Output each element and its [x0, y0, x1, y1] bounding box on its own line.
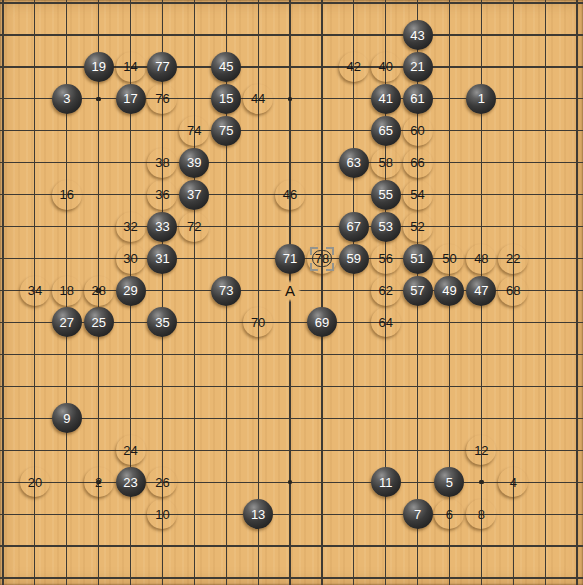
move-number: 37 [187, 188, 201, 201]
stone-black-17[interactable]: 17 [116, 84, 146, 114]
stone-white-76[interactable]: 76 [147, 84, 177, 114]
move-number: 11 [379, 476, 393, 489]
move-number: 67 [347, 220, 361, 233]
stone-white-30[interactable]: 30 [116, 244, 146, 274]
stone-white-24[interactable]: 24 [116, 435, 146, 465]
move-number: 50 [442, 252, 456, 265]
stone-white-72[interactable]: 72 [179, 212, 209, 242]
move-number: 69 [315, 316, 329, 329]
move-number: 51 [410, 252, 424, 265]
stone-white-64[interactable]: 64 [371, 307, 401, 337]
move-number: 17 [123, 92, 137, 105]
stone-black-53[interactable]: 53 [371, 212, 401, 242]
stone-black-29[interactable]: 29 [116, 276, 146, 306]
star-point [479, 480, 484, 485]
stone-white-34[interactable]: 34 [20, 276, 50, 306]
stone-black-65[interactable]: 65 [371, 116, 401, 146]
annotation-label-a[interactable]: A [279, 280, 301, 302]
move-number: 54 [410, 188, 424, 201]
stone-black-71[interactable]: 71 [275, 244, 305, 274]
stone-black-55[interactable]: 55 [371, 180, 401, 210]
move-number: 29 [123, 284, 137, 297]
move-number: 6 [446, 508, 453, 521]
stone-white-68[interactable]: 68 [498, 276, 528, 306]
stone-white-46[interactable]: 46 [275, 180, 305, 210]
stone-white-44[interactable]: 44 [243, 84, 273, 114]
move-number: 41 [378, 92, 392, 105]
stone-black-11[interactable]: 11 [371, 467, 401, 497]
stone-white-14[interactable]: 14 [116, 52, 146, 82]
move-number: 48 [474, 252, 488, 265]
stone-white-2[interactable]: 2 [84, 467, 114, 497]
move-number: 2 [95, 476, 102, 489]
move-number: 25 [91, 316, 105, 329]
move-number: 71 [283, 252, 297, 265]
move-number: 39 [187, 156, 201, 169]
stone-black-31[interactable]: 31 [147, 244, 177, 274]
move-number: 56 [378, 252, 392, 265]
move-number: 78 [312, 250, 332, 267]
move-number: 72 [187, 220, 201, 233]
stone-black-57[interactable]: 57 [403, 276, 433, 306]
move-number: 60 [410, 124, 424, 137]
stone-black-41[interactable]: 41 [371, 84, 401, 114]
move-number: 12 [474, 444, 488, 457]
move-number: 52 [410, 220, 424, 233]
stone-black-13[interactable]: 13 [243, 499, 273, 529]
stone-black-43[interactable]: 43 [403, 20, 433, 50]
move-number: 61 [410, 92, 424, 105]
move-number: 63 [347, 156, 361, 169]
stone-black-1[interactable]: 1 [466, 84, 496, 114]
move-number: 9 [63, 412, 70, 425]
move-number: 76 [155, 92, 169, 105]
stone-black-23[interactable]: 23 [116, 467, 146, 497]
stone-white-50[interactable]: 50 [434, 244, 464, 274]
move-number: 35 [155, 316, 169, 329]
move-number: 68 [506, 284, 520, 297]
stone-black-3[interactable]: 3 [52, 84, 82, 114]
move-number: 34 [28, 284, 42, 297]
stone-black-27[interactable]: 27 [52, 307, 82, 337]
move-number: 62 [378, 284, 392, 297]
move-number: 73 [219, 284, 233, 297]
stone-white-74[interactable]: 74 [179, 116, 209, 146]
move-number: 46 [283, 188, 297, 201]
stone-white-40[interactable]: 40 [371, 52, 401, 82]
stone-black-51[interactable]: 51 [403, 244, 433, 274]
move-number: 42 [347, 60, 361, 73]
move-number: 33 [155, 220, 169, 233]
stone-white-66[interactable]: 66 [403, 148, 433, 178]
move-number: 40 [378, 60, 392, 73]
stone-black-59[interactable]: 59 [339, 244, 369, 274]
move-number: 19 [91, 60, 105, 73]
go-board-grid[interactable]: A123456789101112131415161718192021222324… [0, 0, 583, 585]
stone-white-38[interactable]: 38 [147, 148, 177, 178]
move-number: 70 [251, 316, 265, 329]
stone-white-58[interactable]: 58 [371, 148, 401, 178]
stone-white-12[interactable]: 12 [466, 435, 496, 465]
stone-black-61[interactable]: 61 [403, 84, 433, 114]
stone-white-4[interactable]: 4 [498, 467, 528, 497]
stone-white-56[interactable]: 56 [371, 244, 401, 274]
stone-black-75[interactable]: 75 [211, 116, 241, 146]
stone-black-9[interactable]: 9 [52, 403, 82, 433]
move-number: 14 [123, 60, 137, 73]
stone-white-52[interactable]: 52 [403, 212, 433, 242]
stone-white-36[interactable]: 36 [147, 180, 177, 210]
stone-black-69[interactable]: 69 [307, 307, 337, 337]
stone-black-33[interactable]: 33 [147, 212, 177, 242]
stone-white-32[interactable]: 32 [116, 212, 146, 242]
move-number: 64 [378, 316, 392, 329]
stone-white-70[interactable]: 70 [243, 307, 273, 337]
move-number: 24 [123, 444, 137, 457]
stone-black-15[interactable]: 15 [211, 84, 241, 114]
move-number: 77 [155, 60, 169, 73]
move-number: 22 [506, 252, 520, 265]
move-number: 75 [219, 124, 233, 137]
move-number: 58 [378, 156, 392, 169]
stone-black-5[interactable]: 5 [434, 467, 464, 497]
move-number: 57 [410, 284, 424, 297]
move-number: 21 [410, 60, 424, 73]
move-number: 36 [155, 188, 169, 201]
move-number: 18 [60, 284, 74, 297]
stone-black-73[interactable]: 73 [211, 276, 241, 306]
stone-black-47[interactable]: 47 [466, 276, 496, 306]
stone-black-67[interactable]: 67 [339, 212, 369, 242]
move-number: 30 [123, 252, 137, 265]
stone-white-18[interactable]: 18 [52, 276, 82, 306]
move-number: 49 [442, 284, 456, 297]
stone-black-63[interactable]: 63 [339, 148, 369, 178]
stone-black-77[interactable]: 77 [147, 52, 177, 82]
move-number: 27 [60, 316, 74, 329]
stone-black-45[interactable]: 45 [211, 52, 241, 82]
move-number: 4 [510, 476, 517, 489]
stone-black-19[interactable]: 19 [84, 52, 114, 82]
move-number: 74 [187, 124, 201, 137]
move-number: 55 [378, 188, 392, 201]
stone-white-54[interactable]: 54 [403, 180, 433, 210]
stone-white-62[interactable]: 62 [371, 276, 401, 306]
move-number: 15 [219, 92, 233, 105]
stone-white-22[interactable]: 22 [498, 244, 528, 274]
stone-white-10[interactable]: 10 [147, 499, 177, 529]
move-number: 31 [155, 252, 169, 265]
move-number: 16 [60, 188, 74, 201]
stone-black-21[interactable]: 21 [403, 52, 433, 82]
move-number: 26 [155, 476, 169, 489]
move-number: 28 [91, 284, 105, 297]
stone-white-8[interactable]: 8 [466, 499, 496, 529]
move-number: 43 [410, 29, 424, 42]
move-number: 45 [219, 60, 233, 73]
move-number: 44 [251, 92, 265, 105]
stone-white-26[interactable]: 26 [147, 467, 177, 497]
move-number: 8 [478, 508, 485, 521]
stone-black-49[interactable]: 49 [434, 276, 464, 306]
stone-black-39[interactable]: 39 [179, 148, 209, 178]
move-number: 5 [446, 476, 453, 489]
move-number: 66 [410, 156, 424, 169]
move-number: 47 [474, 284, 488, 297]
move-number: 53 [378, 220, 392, 233]
move-number: 20 [28, 476, 42, 489]
stone-white-48[interactable]: 48 [466, 244, 496, 274]
star-point [96, 97, 101, 102]
stone-white-78[interactable]: 78 [307, 244, 337, 274]
stone-white-6[interactable]: 6 [434, 499, 464, 529]
stone-white-28[interactable]: 28 [84, 276, 114, 306]
move-number: 59 [347, 252, 361, 265]
stone-black-7[interactable]: 7 [403, 499, 433, 529]
stone-white-20[interactable]: 20 [20, 467, 50, 497]
move-number: 13 [251, 508, 265, 521]
stone-white-60[interactable]: 60 [403, 116, 433, 146]
go-board[interactable]: A123456789101112131415161718192021222324… [0, 0, 583, 585]
move-number: 10 [155, 508, 169, 521]
star-point [288, 480, 293, 485]
move-number: 7 [414, 508, 421, 521]
stone-black-25[interactable]: 25 [84, 307, 114, 337]
stone-black-37[interactable]: 37 [179, 180, 209, 210]
stone-white-16[interactable]: 16 [52, 180, 82, 210]
move-number: 3 [63, 92, 70, 105]
move-number: 32 [123, 220, 137, 233]
move-number: 38 [155, 156, 169, 169]
move-number: 65 [378, 124, 392, 137]
move-number: 23 [123, 476, 137, 489]
stone-white-42[interactable]: 42 [339, 52, 369, 82]
move-number: 1 [478, 92, 485, 105]
star-point [288, 97, 293, 102]
stone-black-35[interactable]: 35 [147, 307, 177, 337]
